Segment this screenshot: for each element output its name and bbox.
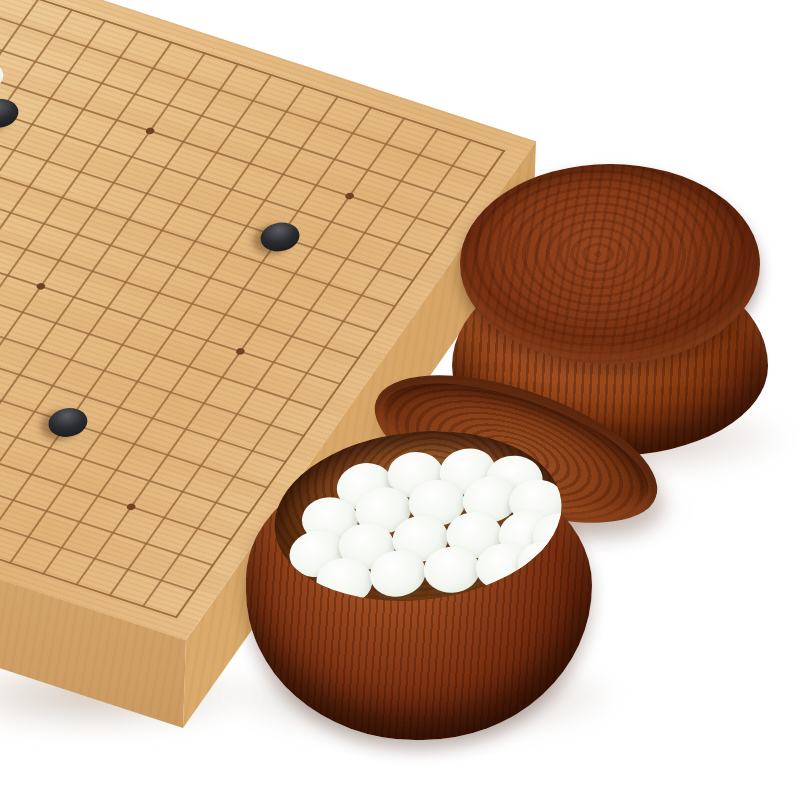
black-stone: [41, 404, 94, 442]
grid-line: [0, 74, 272, 542]
go-set-photo: [0, 0, 800, 800]
grid-line: [0, 0, 505, 152]
grid-line: [0, 0, 487, 178]
grid-line: [0, 343, 232, 540]
black-stone: [254, 218, 307, 256]
white-stone-in-bowl: [423, 545, 481, 594]
closed-bowl-lid: [460, 164, 760, 364]
open-bowl: [246, 430, 596, 742]
grid-line: [0, 0, 40, 466]
grid-line: [0, 266, 287, 463]
black-stone: [0, 95, 25, 133]
white-stone: [0, 58, 10, 96]
